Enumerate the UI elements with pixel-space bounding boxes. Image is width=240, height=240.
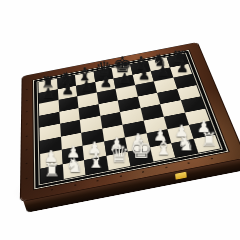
frame-rank-mark bbox=[26, 123, 28, 125]
square-b6 bbox=[58, 96, 78, 111]
frame-file-mark bbox=[51, 189, 53, 191]
square-e5 bbox=[118, 96, 140, 112]
white-bishop: ♝ bbox=[154, 137, 173, 158]
square-c7: ♟ bbox=[76, 82, 96, 97]
board-3d-tilt: ♜♞♝♛♚♝♞♜♟♟♟♟♟♟♟♟♟♟♟♟♟♟♟♟♜♞♝♛♚♝♞♜ bbox=[21, 43, 240, 202]
black-pawn: ♟ bbox=[118, 72, 131, 86]
frame-rank-mark bbox=[26, 89, 28, 90]
black-pawn: ♟ bbox=[61, 83, 74, 97]
frame-file-mark bbox=[188, 162, 191, 164]
frame-rank-mark bbox=[26, 100, 28, 101]
black-pawn: ♟ bbox=[138, 68, 151, 82]
white-king: ♚ bbox=[130, 137, 153, 163]
product-photo: ♜♞♝♛♚♝♞♜♟♟♟♟♟♟♟♟♟♟♟♟♟♟♟♟♜♞♝♛♚♝♞♜ bbox=[0, 0, 240, 240]
frame-rank-mark bbox=[26, 136, 28, 138]
frame-rank-mark bbox=[26, 163, 28, 165]
square-f1: ♝ bbox=[149, 143, 175, 162]
black-pawn: ♟ bbox=[157, 64, 170, 78]
square-b5 bbox=[59, 108, 80, 124]
square-g1: ♞ bbox=[171, 139, 197, 158]
square-e1: ♚ bbox=[128, 147, 153, 166]
square-h5 bbox=[177, 85, 201, 100]
square-c1: ♝ bbox=[84, 156, 108, 175]
square-b1: ♞ bbox=[62, 160, 85, 179]
black-pawn: ♟ bbox=[80, 79, 93, 93]
black-pawn: ♟ bbox=[42, 87, 55, 101]
white-rook: ♜ bbox=[43, 161, 60, 180]
white-rook: ♜ bbox=[200, 130, 217, 149]
frame-rank-mark bbox=[26, 111, 28, 113]
frame-file-mark bbox=[97, 180, 99, 182]
frame-file-mark bbox=[210, 158, 213, 160]
white-queen: ♛ bbox=[109, 143, 130, 166]
chess-board: ♜♞♝♛♚♝♞♜♟♟♟♟♟♟♟♟♟♟♟♟♟♟♟♟♜♞♝♛♚♝♞♜ bbox=[38, 54, 220, 184]
frame-rank-mark bbox=[26, 149, 28, 151]
square-f5 bbox=[137, 93, 160, 109]
square-a1: ♜ bbox=[40, 164, 63, 183]
white-knight: ♞ bbox=[177, 134, 195, 154]
square-d1: ♛ bbox=[106, 151, 131, 170]
square-h1: ♜ bbox=[193, 134, 220, 152]
white-knight: ♞ bbox=[65, 155, 83, 175]
board-frame: ♜♞♝♛♚♝♞♜♟♟♟♟♟♟♟♟♟♟♟♟♟♟♟♟♜♞♝♛♚♝♞♜ bbox=[21, 43, 240, 202]
white-bishop: ♝ bbox=[87, 150, 106, 171]
black-pawn: ♟ bbox=[176, 61, 189, 75]
frame-file-mark bbox=[142, 171, 145, 173]
black-pawn: ♟ bbox=[99, 76, 112, 90]
frame-rank-mark bbox=[26, 178, 28, 180]
frame-file-mark bbox=[74, 184, 76, 186]
frame-file-mark bbox=[165, 167, 168, 169]
frame-file-mark bbox=[119, 175, 121, 177]
brass-clasp bbox=[175, 172, 187, 180]
chess-set-scene: ♜♞♝♛♚♝♞♜♟♟♟♟♟♟♟♟♟♟♟♟♟♟♟♟♜♞♝♛♚♝♞♜ bbox=[3, 0, 237, 229]
